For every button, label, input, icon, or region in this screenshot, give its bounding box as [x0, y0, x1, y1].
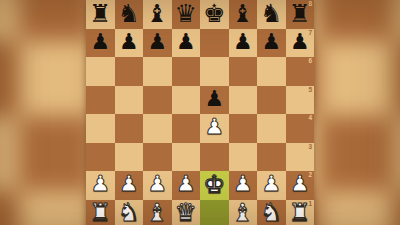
- square-g3[interactable]: [257, 143, 286, 172]
- square-a4[interactable]: [86, 114, 115, 143]
- square-b8[interactable]: ♞: [115, 0, 144, 29]
- white-bishop: ♝: [146, 200, 168, 225]
- black-knight: ♞: [260, 1, 282, 26]
- square-f8[interactable]: ♝: [229, 0, 258, 29]
- black-pawn: ♟: [261, 31, 281, 53]
- square-d8[interactable]: ♛: [172, 0, 201, 29]
- white-pawn: ♟: [90, 173, 110, 195]
- rank-label-3: 3: [308, 144, 312, 151]
- square-h1[interactable]: ♜1: [286, 200, 315, 226]
- square-c5[interactable]: [143, 86, 172, 115]
- square-e6[interactable]: [200, 57, 229, 86]
- square-a6[interactable]: [86, 57, 115, 86]
- white-knight: ♞: [118, 200, 140, 225]
- chess-app-screenshot: ♜♞♝♛♚♝♞♜8♟♟♟♟♟♟♟76♟5♟43♟♟♟♟♚♟♟♟2♜♞♝♛♝♞♜1: [0, 0, 400, 225]
- black-pawn: ♟: [119, 31, 139, 53]
- white-pawn: ♟: [176, 173, 196, 195]
- black-pawn: ♟: [290, 31, 310, 53]
- square-b3[interactable]: [115, 143, 144, 172]
- square-b2[interactable]: ♟: [115, 171, 144, 200]
- square-d4[interactable]: [172, 114, 201, 143]
- rank-label-5: 5: [308, 87, 312, 94]
- black-queen: ♛: [175, 1, 197, 26]
- square-c6[interactable]: [143, 57, 172, 86]
- black-pawn: ♟: [233, 31, 253, 53]
- white-pawn: ♟: [119, 173, 139, 195]
- white-queen: ♛: [175, 200, 197, 225]
- white-pawn: ♟: [147, 173, 167, 195]
- square-c1[interactable]: ♝: [143, 200, 172, 226]
- black-bishop: ♝: [232, 1, 254, 26]
- square-g1[interactable]: ♞: [257, 200, 286, 226]
- white-pawn: ♟: [290, 173, 310, 195]
- square-d7[interactable]: ♟: [172, 29, 201, 58]
- square-h4[interactable]: 4: [286, 114, 315, 143]
- white-king: ♚: [203, 172, 225, 197]
- square-h2[interactable]: ♟2: [286, 171, 315, 200]
- square-h8[interactable]: ♜8: [286, 0, 315, 29]
- square-b6[interactable]: [115, 57, 144, 86]
- square-f4[interactable]: [229, 114, 258, 143]
- black-pawn: ♟: [204, 88, 224, 110]
- black-pawn: ♟: [147, 31, 167, 53]
- square-h5[interactable]: 5: [286, 86, 315, 115]
- square-a2[interactable]: ♟: [86, 171, 115, 200]
- rank-label-8: 8: [308, 1, 312, 8]
- white-pawn: ♟: [261, 173, 281, 195]
- rank-label-4: 4: [308, 115, 312, 122]
- square-g7[interactable]: ♟: [257, 29, 286, 58]
- square-a8[interactable]: ♜: [86, 0, 115, 29]
- black-rook: ♜: [89, 1, 111, 26]
- square-e8[interactable]: ♚: [200, 0, 229, 29]
- white-bishop: ♝: [232, 200, 254, 225]
- square-g4[interactable]: [257, 114, 286, 143]
- square-f2[interactable]: ♟: [229, 171, 258, 200]
- white-pawn: ♟: [233, 173, 253, 195]
- white-knight: ♞: [260, 200, 282, 225]
- square-g2[interactable]: ♟: [257, 171, 286, 200]
- black-king: ♚: [203, 1, 225, 26]
- square-e1[interactable]: [200, 200, 229, 226]
- square-a3[interactable]: [86, 143, 115, 172]
- square-e3[interactable]: [200, 143, 229, 172]
- square-h6[interactable]: 6: [286, 57, 315, 86]
- square-g8[interactable]: ♞: [257, 0, 286, 29]
- chess-board: ♜♞♝♛♚♝♞♜8♟♟♟♟♟♟♟76♟5♟43♟♟♟♟♚♟♟♟2♜♞♝♛♝♞♜1: [86, 0, 314, 225]
- square-d3[interactable]: [172, 143, 201, 172]
- square-e4[interactable]: ♟: [200, 114, 229, 143]
- square-b7[interactable]: ♟: [115, 29, 144, 58]
- black-pawn: ♟: [90, 31, 110, 53]
- square-c8[interactable]: ♝: [143, 0, 172, 29]
- black-pawn: ♟: [176, 31, 196, 53]
- rank-label-7: 7: [308, 30, 312, 37]
- square-e7[interactable]: [200, 29, 229, 58]
- black-knight: ♞: [118, 1, 140, 26]
- black-bishop: ♝: [146, 1, 168, 26]
- square-a5[interactable]: [86, 86, 115, 115]
- rank-label-6: 6: [308, 58, 312, 65]
- square-h7[interactable]: ♟7: [286, 29, 315, 58]
- square-a7[interactable]: ♟: [86, 29, 115, 58]
- square-f6[interactable]: [229, 57, 258, 86]
- square-c7[interactable]: ♟: [143, 29, 172, 58]
- square-f7[interactable]: ♟: [229, 29, 258, 58]
- square-d6[interactable]: [172, 57, 201, 86]
- rank-label-1: 1: [308, 201, 312, 208]
- square-a1[interactable]: ♜: [86, 200, 115, 226]
- square-d1[interactable]: ♛: [172, 200, 201, 226]
- square-f5[interactable]: [229, 86, 258, 115]
- white-rook: ♜: [89, 200, 111, 225]
- square-b5[interactable]: [115, 86, 144, 115]
- rank-label-2: 2: [308, 172, 312, 179]
- square-c4[interactable]: [143, 114, 172, 143]
- square-g5[interactable]: [257, 86, 286, 115]
- square-f3[interactable]: [229, 143, 258, 172]
- square-e5[interactable]: ♟: [200, 86, 229, 115]
- square-h3[interactable]: 3: [286, 143, 315, 172]
- square-b1[interactable]: ♞: [115, 200, 144, 226]
- square-g6[interactable]: [257, 57, 286, 86]
- square-f1[interactable]: ♝: [229, 200, 258, 226]
- square-c3[interactable]: [143, 143, 172, 172]
- square-c2[interactable]: ♟: [143, 171, 172, 200]
- square-d2[interactable]: ♟: [172, 171, 201, 200]
- white-pawn: ♟: [204, 116, 224, 138]
- square-b4[interactable]: [115, 114, 144, 143]
- square-d5[interactable]: [172, 86, 201, 115]
- square-e2[interactable]: ♚: [200, 171, 229, 200]
